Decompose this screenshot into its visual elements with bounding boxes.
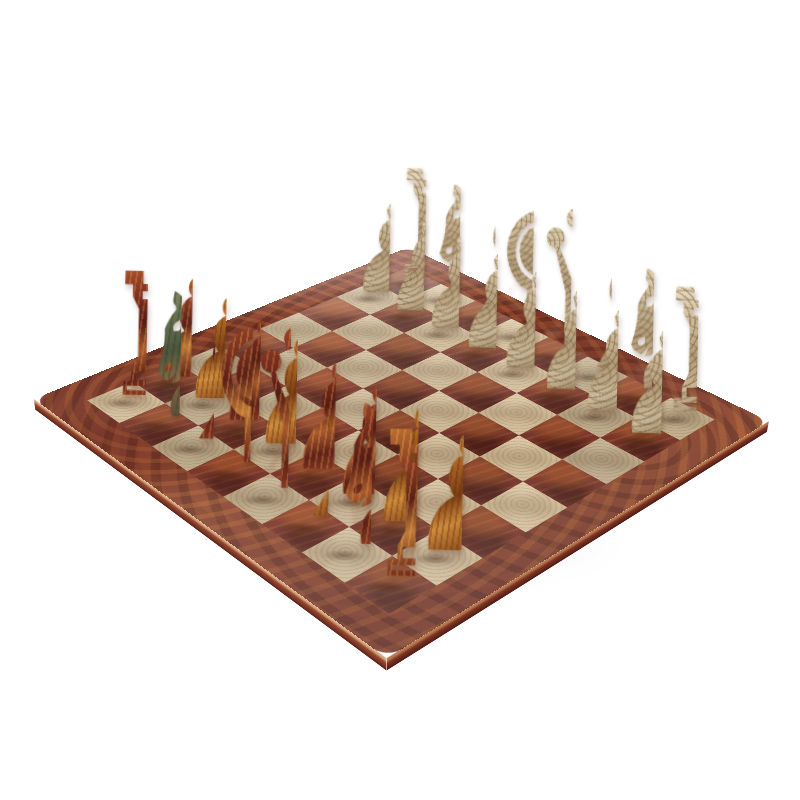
board-square: [519, 415, 599, 459]
pawn-reflection: ♟: [614, 379, 662, 437]
white-pawn: ♟♟: [609, 325, 668, 441]
rook-reflection: ♜: [360, 500, 416, 582]
chess-set-photo: ♜♜♞♞♝♝♚♚♛♛♝♝♞♞♜♜♟♟♟♟♟♟♟♟♟♟♟♟♟♟♟♟♟♟♟♟♟♟♟♟…: [0, 0, 800, 800]
board-square: [523, 459, 607, 508]
black-rook: ♜♜: [354, 424, 423, 587]
scene-tilt: ♜♜♞♞♝♝♚♚♛♛♝♝♞♞♜♜♟♟♟♟♟♟♟♟♟♟♟♟♟♟♟♟♟♟♟♟♟♟♟♟…: [0, 0, 800, 800]
chess-board: ♜♜♞♞♝♝♚♚♛♛♝♝♞♞♜♜♟♟♟♟♟♟♟♟♟♟♟♟♟♟♟♟♟♟♟♟♟♟♟♟…: [34, 247, 769, 658]
perspective-scene: ♜♜♞♞♝♝♚♚♛♛♝♝♞♞♜♜♟♟♟♟♟♟♟♟♟♟♟♟♟♟♟♟♟♟♟♟♟♟♟♟…: [0, 0, 800, 800]
board-square: [562, 438, 644, 484]
